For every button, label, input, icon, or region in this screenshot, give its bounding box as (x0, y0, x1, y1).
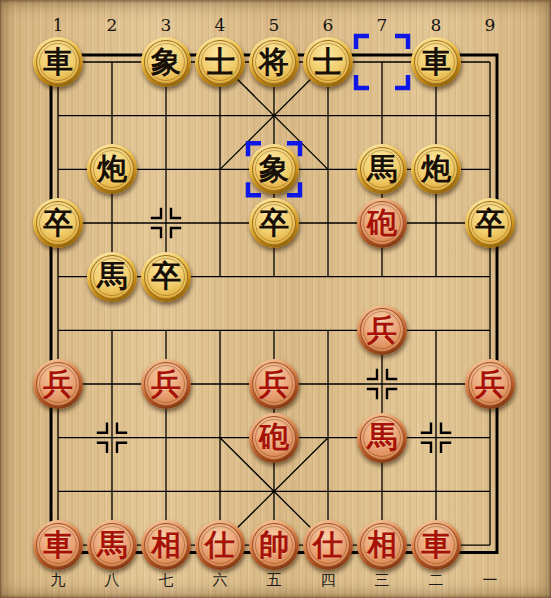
piece-red-advisor[interactable]: 仕 (195, 520, 245, 570)
piece-face: 相 (144, 523, 188, 567)
piece-black-advisor[interactable]: 士 (195, 37, 245, 87)
piece-face: 兵 (360, 308, 404, 352)
file-label-bottom-6: 四 (321, 571, 336, 590)
file-label-bottom-5: 五 (267, 571, 282, 590)
piece-glyph: 兵 (259, 369, 289, 399)
piece-face: 兵 (144, 362, 188, 406)
file-label-top-2: 2 (107, 15, 118, 35)
piece-glyph: 卒 (43, 208, 73, 238)
piece-black-horse[interactable]: 馬 (87, 252, 137, 302)
piece-face: 帥 (252, 523, 296, 567)
xiangqi-board (0, 0, 551, 598)
piece-face: 砲 (252, 416, 296, 460)
piece-glyph: 象 (151, 47, 181, 77)
piece-face: 兵 (468, 362, 512, 406)
piece-glyph: 兵 (367, 315, 397, 345)
piece-face: 馬 (90, 523, 134, 567)
piece-face: 車 (414, 40, 458, 84)
piece-glyph: 車 (43, 47, 73, 77)
piece-glyph: 馬 (97, 530, 127, 560)
piece-red-chariot[interactable]: 車 (33, 520, 83, 570)
piece-glyph: 兵 (475, 369, 505, 399)
piece-red-general[interactable]: 帥 (249, 520, 299, 570)
piece-face: 車 (36, 40, 80, 84)
file-label-top-8: 8 (431, 15, 442, 35)
piece-face: 士 (306, 40, 350, 84)
piece-black-general[interactable]: 将 (249, 37, 299, 87)
piece-glyph: 兵 (151, 369, 181, 399)
piece-glyph: 仕 (205, 530, 235, 560)
piece-glyph: 卒 (259, 208, 289, 238)
piece-face: 卒 (468, 201, 512, 245)
piece-face: 卒 (36, 201, 80, 245)
file-label-top-6: 6 (323, 15, 334, 35)
piece-face: 馬 (360, 147, 404, 191)
file-label-bottom-4: 六 (213, 571, 228, 590)
file-label-top-4: 4 (215, 15, 226, 35)
xiangqi-app-window: 123456789九八七六五四三二一 車象士将士車炮象馬炮卒卒砲卒馬卒兵兵兵兵兵… (0, 0, 551, 598)
piece-glyph: 車 (421, 47, 451, 77)
file-label-bottom-3: 七 (159, 571, 174, 590)
piece-face: 炮 (414, 147, 458, 191)
piece-glyph: 車 (421, 530, 451, 560)
piece-face: 馬 (360, 416, 404, 460)
piece-black-soldier[interactable]: 卒 (465, 198, 515, 248)
file-label-bottom-7: 三 (375, 571, 390, 590)
file-label-bottom-9: 一 (483, 571, 498, 590)
piece-glyph: 仕 (313, 530, 343, 560)
piece-black-horse[interactable]: 馬 (357, 144, 407, 194)
piece-face: 仕 (198, 523, 242, 567)
piece-glyph: 将 (259, 47, 289, 77)
piece-black-soldier[interactable]: 卒 (33, 198, 83, 248)
file-label-bottom-2: 八 (105, 571, 120, 590)
piece-glyph: 砲 (259, 422, 289, 452)
piece-black-advisor[interactable]: 士 (303, 37, 353, 87)
piece-red-chariot[interactable]: 車 (411, 520, 461, 570)
piece-face: 象 (144, 40, 188, 84)
piece-face: 兵 (36, 362, 80, 406)
piece-red-elephant[interactable]: 相 (141, 520, 191, 570)
file-label-top-1: 1 (53, 15, 64, 35)
piece-face: 将 (252, 40, 296, 84)
file-label-bottom-1: 九 (51, 571, 66, 590)
piece-glyph: 車 (43, 530, 73, 560)
piece-red-elephant[interactable]: 相 (357, 520, 407, 570)
piece-glyph: 炮 (97, 154, 127, 184)
piece-glyph: 相 (151, 530, 181, 560)
piece-glyph: 炮 (421, 154, 451, 184)
piece-black-elephant[interactable]: 象 (141, 37, 191, 87)
file-label-bottom-8: 二 (429, 571, 444, 590)
piece-red-soldier[interactable]: 兵 (249, 359, 299, 409)
piece-face: 砲 (360, 201, 404, 245)
piece-face: 炮 (90, 147, 134, 191)
piece-glyph: 相 (367, 530, 397, 560)
piece-glyph: 士 (205, 47, 235, 77)
piece-face: 兵 (252, 362, 296, 406)
piece-face: 相 (360, 523, 404, 567)
file-label-top-9: 9 (485, 15, 496, 35)
piece-black-cannon[interactable]: 炮 (411, 144, 461, 194)
piece-glyph: 兵 (43, 369, 73, 399)
piece-black-cannon[interactable]: 炮 (87, 144, 137, 194)
piece-red-soldier[interactable]: 兵 (141, 359, 191, 409)
piece-face: 馬 (90, 255, 134, 299)
piece-glyph: 馬 (367, 154, 397, 184)
piece-face: 士 (198, 40, 242, 84)
piece-black-chariot[interactable]: 車 (411, 37, 461, 87)
piece-red-soldier[interactable]: 兵 (33, 359, 83, 409)
piece-face: 象 (252, 147, 296, 191)
piece-glyph: 帥 (259, 530, 289, 560)
piece-face: 車 (36, 523, 80, 567)
piece-glyph: 士 (313, 47, 343, 77)
piece-red-cannon[interactable]: 砲 (357, 198, 407, 248)
file-label-top-5: 5 (269, 15, 280, 35)
piece-face: 卒 (144, 255, 188, 299)
piece-black-soldier[interactable]: 卒 (141, 252, 191, 302)
grid-lines (58, 62, 490, 545)
piece-face: 仕 (306, 523, 350, 567)
piece-glyph: 馬 (97, 261, 127, 291)
file-label-top-7: 7 (377, 15, 388, 35)
piece-red-horse[interactable]: 馬 (87, 520, 137, 570)
piece-glyph: 象 (259, 154, 289, 184)
piece-black-elephant[interactable]: 象 (249, 144, 299, 194)
piece-red-advisor[interactable]: 仕 (303, 520, 353, 570)
piece-red-soldier[interactable]: 兵 (357, 305, 407, 355)
piece-glyph: 卒 (475, 208, 505, 238)
file-label-top-3: 3 (161, 15, 172, 35)
piece-glyph: 砲 (367, 208, 397, 238)
piece-black-chariot[interactable]: 車 (33, 37, 83, 87)
piece-black-soldier[interactable]: 卒 (249, 198, 299, 248)
piece-red-cannon[interactable]: 砲 (249, 413, 299, 463)
piece-red-horse[interactable]: 馬 (357, 413, 407, 463)
piece-face: 卒 (252, 201, 296, 245)
piece-glyph: 卒 (151, 261, 181, 291)
piece-face: 車 (414, 523, 458, 567)
piece-red-soldier[interactable]: 兵 (465, 359, 515, 409)
piece-glyph: 馬 (367, 422, 397, 452)
